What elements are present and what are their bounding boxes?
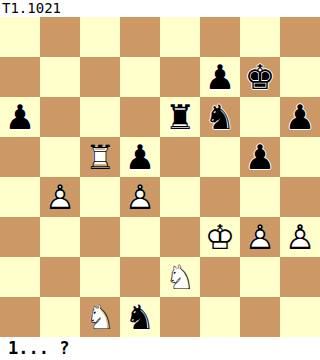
square-g7[interactable]: ♚ — [240, 57, 280, 97]
black-pawn-icon: ♟ — [0, 97, 40, 137]
square-f6[interactable]: ♞ — [200, 97, 240, 137]
square-g2[interactable] — [240, 257, 280, 297]
square-d6[interactable] — [120, 97, 160, 137]
square-g8[interactable] — [240, 17, 280, 57]
chess-puzzle-page: T1.1021 ♟♚♟♜♞♟♜♖♟♟♟♙♟♙♚♔♟♙♟♙♞♘♞♘♞ 1... ? — [0, 0, 320, 360]
square-e7[interactable] — [160, 57, 200, 97]
black-pawn-icon: ♟ — [280, 97, 320, 137]
square-a5[interactable] — [0, 137, 40, 177]
square-e8[interactable] — [160, 17, 200, 57]
black-pawn-icon: ♟ — [240, 137, 280, 177]
chess-board: ♟♚♟♜♞♟♜♖♟♟♟♙♟♙♚♔♟♙♟♙♞♘♞♘♞ — [0, 17, 320, 337]
square-a1[interactable] — [0, 297, 40, 337]
square-h5[interactable] — [280, 137, 320, 177]
square-c6[interactable] — [80, 97, 120, 137]
square-c7[interactable] — [80, 57, 120, 97]
square-b5[interactable] — [40, 137, 80, 177]
square-a8[interactable] — [0, 17, 40, 57]
square-b6[interactable] — [40, 97, 80, 137]
square-g5[interactable]: ♟ — [240, 137, 280, 177]
puzzle-id: T1.1021 — [0, 0, 320, 17]
square-a4[interactable] — [0, 177, 40, 217]
square-e3[interactable] — [160, 217, 200, 257]
square-a3[interactable] — [0, 217, 40, 257]
square-f3[interactable]: ♚♔ — [200, 217, 240, 257]
square-f4[interactable] — [200, 177, 240, 217]
square-b1[interactable] — [40, 297, 80, 337]
square-g3[interactable]: ♟♙ — [240, 217, 280, 257]
square-f2[interactable] — [200, 257, 240, 297]
square-h4[interactable] — [280, 177, 320, 217]
square-c8[interactable] — [80, 17, 120, 57]
square-b4[interactable]: ♟♙ — [40, 177, 80, 217]
square-d5[interactable]: ♟ — [120, 137, 160, 177]
white-pawn-icon: ♟♙ — [120, 177, 160, 217]
black-king-icon: ♚ — [240, 57, 280, 97]
square-d1[interactable]: ♞ — [120, 297, 160, 337]
square-f8[interactable] — [200, 17, 240, 57]
square-d4[interactable]: ♟♙ — [120, 177, 160, 217]
white-pawn-icon: ♟♙ — [280, 217, 320, 257]
square-h6[interactable]: ♟ — [280, 97, 320, 137]
square-g4[interactable] — [240, 177, 280, 217]
square-e6[interactable]: ♜ — [160, 97, 200, 137]
square-b2[interactable] — [40, 257, 80, 297]
square-b8[interactable] — [40, 17, 80, 57]
black-knight-icon: ♞ — [120, 297, 160, 337]
square-c2[interactable] — [80, 257, 120, 297]
black-pawn-icon: ♟ — [120, 137, 160, 177]
white-pawn-icon: ♟♙ — [40, 177, 80, 217]
square-d2[interactable] — [120, 257, 160, 297]
white-king-icon: ♚♔ — [200, 217, 240, 257]
square-h3[interactable]: ♟♙ — [280, 217, 320, 257]
black-pawn-icon: ♟ — [200, 57, 240, 97]
square-h2[interactable] — [280, 257, 320, 297]
square-a7[interactable] — [0, 57, 40, 97]
square-d7[interactable] — [120, 57, 160, 97]
square-b3[interactable] — [40, 217, 80, 257]
square-c4[interactable] — [80, 177, 120, 217]
square-a6[interactable]: ♟ — [0, 97, 40, 137]
square-e1[interactable] — [160, 297, 200, 337]
square-f1[interactable] — [200, 297, 240, 337]
square-h1[interactable] — [280, 297, 320, 337]
square-h7[interactable] — [280, 57, 320, 97]
square-b7[interactable] — [40, 57, 80, 97]
square-e5[interactable] — [160, 137, 200, 177]
white-knight-icon: ♞♘ — [80, 297, 120, 337]
square-a2[interactable] — [0, 257, 40, 297]
square-c3[interactable] — [80, 217, 120, 257]
square-f7[interactable]: ♟ — [200, 57, 240, 97]
square-c5[interactable]: ♜♖ — [80, 137, 120, 177]
square-e2[interactable]: ♞♘ — [160, 257, 200, 297]
black-knight-icon: ♞ — [200, 97, 240, 137]
black-rook-icon: ♜ — [160, 97, 200, 137]
white-knight-icon: ♞♘ — [160, 257, 200, 297]
square-g6[interactable] — [240, 97, 280, 137]
square-f5[interactable] — [200, 137, 240, 177]
square-h8[interactable] — [280, 17, 320, 57]
white-pawn-icon: ♟♙ — [240, 217, 280, 257]
square-e4[interactable] — [160, 177, 200, 217]
white-rook-icon: ♜♖ — [80, 137, 120, 177]
square-d3[interactable] — [120, 217, 160, 257]
square-d8[interactable] — [120, 17, 160, 57]
move-prompt: 1... ? — [0, 337, 320, 360]
square-g1[interactable] — [240, 297, 280, 337]
square-c1[interactable]: ♞♘ — [80, 297, 120, 337]
